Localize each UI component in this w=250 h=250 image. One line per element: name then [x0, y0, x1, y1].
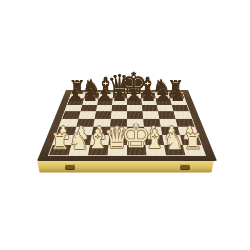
square-f1	[145, 145, 165, 156]
square-f2	[144, 135, 163, 145]
left-hinge	[65, 164, 75, 170]
square-c2	[89, 135, 108, 145]
square-g3	[160, 127, 179, 136]
square-h5	[173, 111, 191, 118]
square-e2	[127, 135, 146, 145]
square-f4	[143, 119, 161, 127]
square-b6	[80, 105, 97, 112]
chess-board	[37, 90, 217, 161]
right-hinge	[180, 164, 190, 170]
square-g4	[159, 119, 177, 127]
square-e1	[127, 145, 146, 156]
square-e6	[127, 105, 142, 112]
square-a1	[49, 145, 71, 156]
square-d5	[110, 111, 126, 118]
square-b1	[68, 145, 89, 156]
square-e4	[127, 119, 144, 127]
square-d1	[107, 145, 126, 156]
square-d4	[110, 119, 127, 127]
square-b4	[76, 119, 94, 127]
square-f5	[142, 111, 159, 118]
square-b5	[78, 111, 95, 118]
square-a5	[62, 111, 80, 118]
square-c4	[93, 119, 111, 127]
square-c5	[94, 111, 111, 118]
square-b3	[73, 127, 92, 136]
square-g2	[162, 135, 182, 145]
square-g5	[157, 111, 174, 118]
square-d3	[109, 127, 127, 136]
square-h4	[175, 119, 194, 127]
square-h2	[180, 135, 201, 145]
square-e5	[127, 111, 143, 118]
board-front-edge	[37, 161, 214, 173]
square-a3	[56, 127, 76, 136]
square-f6	[141, 105, 157, 112]
square-c6	[96, 105, 112, 112]
square-c3	[91, 127, 109, 136]
board-grid	[49, 93, 205, 156]
square-c1	[88, 145, 108, 156]
square-e3	[127, 127, 145, 136]
square-a4	[59, 119, 78, 127]
square-f3	[143, 127, 161, 136]
square-g6	[156, 105, 173, 112]
square-d2	[108, 135, 127, 145]
square-h1	[182, 145, 204, 156]
square-d6	[111, 105, 126, 112]
square-a6	[65, 105, 82, 112]
square-g1	[164, 145, 185, 156]
chess-set-product-photo: ♜♞♝♛♚♝♞♜♟♟♟♟♟♟♟♟♟♟♟♟♟♟♟♟♜♞♝♛♚♝♞♜	[0, 0, 250, 250]
square-h6	[171, 105, 188, 112]
square-h3	[177, 127, 197, 136]
square-b2	[71, 135, 91, 145]
square-a2	[52, 135, 73, 145]
